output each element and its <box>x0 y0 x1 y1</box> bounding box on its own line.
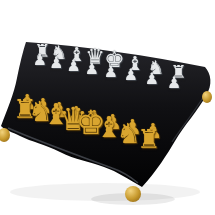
piece-silver-pawn-a7[interactable]: ♟ <box>33 53 47 69</box>
piece-silver-pawn-c7[interactable]: ♟ <box>67 58 81 74</box>
gold-foot-bottom <box>125 186 141 202</box>
piece-silver-pawn-b7[interactable]: ♟ <box>49 55 63 71</box>
piece-silver-pawn-e7[interactable]: ♟ <box>104 64 118 80</box>
piece-silver-pawn-f7[interactable]: ♟ <box>124 68 138 84</box>
gold-foot-right <box>202 91 212 103</box>
piece-gold-rook-h1[interactable]: ♜ <box>137 126 160 152</box>
product-photo-stage: ♜♞♝♛♚♝♞♜♟♟♟♟♟♟♟♟♟♟♟♟♟♟♟♟♜♞♝♛♚♝♞♜ <box>0 0 215 215</box>
piece-silver-pawn-h7[interactable]: ♟ <box>167 75 181 91</box>
piece-silver-pawn-g7[interactable]: ♟ <box>145 71 159 87</box>
piece-silver-pawn-d7[interactable]: ♟ <box>85 61 99 77</box>
